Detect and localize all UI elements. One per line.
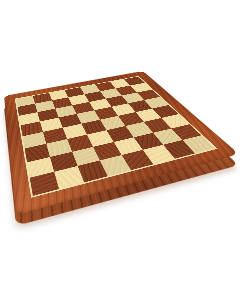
chess-board-product-photo [0,0,247,296]
